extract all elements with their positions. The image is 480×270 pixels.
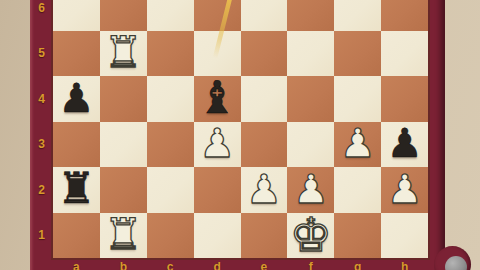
- square-f4[interactable]: [287, 76, 334, 122]
- square-c1[interactable]: [147, 213, 194, 259]
- square-e6[interactable]: [241, 0, 288, 31]
- square-a3[interactable]: [53, 122, 100, 168]
- square-c6[interactable]: [147, 0, 194, 31]
- square-c5[interactable]: [147, 31, 194, 77]
- square-g4[interactable]: [334, 76, 381, 122]
- square-h1[interactable]: [381, 213, 428, 259]
- white-rook-b1[interactable]: ♜: [104, 213, 143, 256]
- square-d1[interactable]: [194, 213, 241, 259]
- black-pawn-h3[interactable]: ♟: [387, 123, 423, 163]
- file-coordinates: abcdefgh: [53, 257, 428, 270]
- rank-label-3: 3: [30, 122, 53, 168]
- square-d6[interactable]: [194, 0, 241, 31]
- rank-label-1: 1: [30, 213, 53, 259]
- white-pawn-e2[interactable]: ♟: [246, 169, 282, 209]
- square-a4[interactable]: ♟: [53, 76, 100, 122]
- black-pawn-a4[interactable]: ♟: [59, 78, 95, 118]
- square-d4[interactable]: ♝: [194, 76, 241, 122]
- square-f5[interactable]: [287, 31, 334, 77]
- chess-board[interactable]: ♜♟♝♟♟♟♜♟♟♟♜♚: [53, 0, 428, 258]
- square-e5[interactable]: [241, 31, 288, 77]
- square-h6[interactable]: [381, 0, 428, 31]
- square-e4[interactable]: [241, 76, 288, 122]
- square-b3[interactable]: [100, 122, 147, 168]
- file-label-f: f: [287, 257, 334, 270]
- white-rook-b5[interactable]: ♜: [104, 31, 143, 74]
- square-a1[interactable]: [53, 213, 100, 259]
- square-h5[interactable]: [381, 31, 428, 77]
- square-b4[interactable]: [100, 76, 147, 122]
- square-c3[interactable]: [147, 122, 194, 168]
- square-b5[interactable]: ♜: [100, 31, 147, 77]
- chess-app-frame: ♜♟♝♟♟♟♜♟♟♟♜♚ 654321 abcdefgh: [0, 0, 480, 270]
- white-pawn-f2[interactable]: ♟: [293, 169, 329, 209]
- square-f6[interactable]: [287, 0, 334, 31]
- square-a2[interactable]: ♜: [53, 167, 100, 213]
- square-g6[interactable]: [334, 0, 381, 31]
- square-g5[interactable]: [334, 31, 381, 77]
- rank-label-6: 6: [30, 0, 53, 31]
- square-g1[interactable]: [334, 213, 381, 259]
- square-c4[interactable]: [147, 76, 194, 122]
- file-label-e: e: [241, 257, 288, 270]
- white-pawn-g3[interactable]: ♟: [340, 123, 376, 163]
- rank-label-2: 2: [30, 167, 53, 213]
- square-b2[interactable]: [100, 167, 147, 213]
- square-g2[interactable]: [334, 167, 381, 213]
- white-king-f1[interactable]: ♚: [290, 211, 332, 258]
- black-rook-a2[interactable]: ♜: [57, 167, 96, 210]
- square-d5[interactable]: [194, 31, 241, 77]
- square-e2[interactable]: ♟: [241, 167, 288, 213]
- square-a6[interactable]: [53, 0, 100, 31]
- square-d2[interactable]: [194, 167, 241, 213]
- file-label-d: d: [194, 257, 241, 270]
- square-c2[interactable]: [147, 167, 194, 213]
- file-label-h: h: [381, 257, 428, 270]
- white-pawn-h2[interactable]: ♟: [387, 169, 423, 209]
- rank-coordinates: 654321: [30, 0, 53, 258]
- file-label-c: c: [147, 257, 194, 270]
- file-label-g: g: [334, 257, 381, 270]
- square-e3[interactable]: [241, 122, 288, 168]
- square-h4[interactable]: [381, 76, 428, 122]
- square-f1[interactable]: ♚: [287, 213, 334, 259]
- black-bishop-d4[interactable]: ♝: [197, 75, 237, 120]
- square-a5[interactable]: [53, 31, 100, 77]
- square-b1[interactable]: ♜: [100, 213, 147, 259]
- square-h3[interactable]: ♟: [381, 122, 428, 168]
- square-d3[interactable]: ♟: [194, 122, 241, 168]
- file-label-a: a: [53, 257, 100, 270]
- square-f2[interactable]: ♟: [287, 167, 334, 213]
- square-e1[interactable]: [241, 213, 288, 259]
- rank-label-5: 5: [30, 31, 53, 77]
- square-f3[interactable]: [287, 122, 334, 168]
- file-label-b: b: [100, 257, 147, 270]
- square-h2[interactable]: ♟: [381, 167, 428, 213]
- square-g3[interactable]: ♟: [334, 122, 381, 168]
- rank-label-4: 4: [30, 76, 53, 122]
- white-pawn-d3[interactable]: ♟: [199, 123, 235, 163]
